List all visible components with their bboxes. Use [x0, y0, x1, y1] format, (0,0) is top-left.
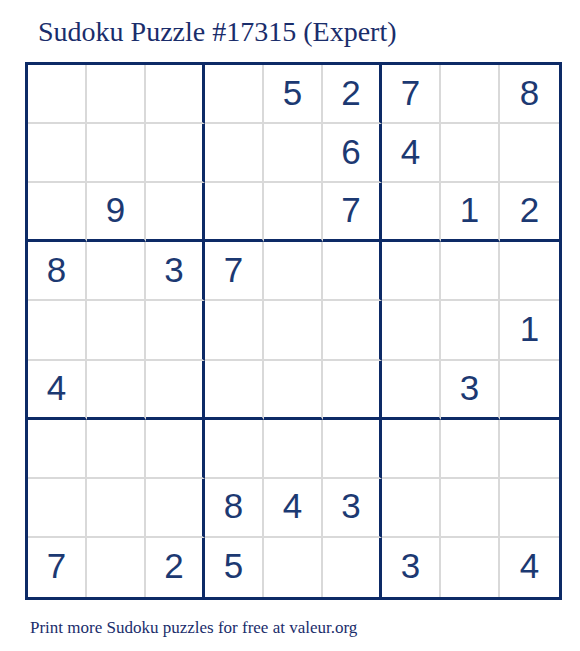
sudoku-cell-r9c7[interactable]: 3: [382, 538, 441, 597]
given-digit: 8: [224, 486, 243, 526]
sudoku-cell-r3c6[interactable]: 7: [323, 183, 382, 242]
sudoku-cell-r6c8[interactable]: 3: [441, 361, 500, 420]
sudoku-cell-r9c6[interactable]: [323, 538, 382, 597]
sudoku-board: 527864971283714384372534: [25, 62, 562, 600]
sudoku-cell-r7c3[interactable]: [146, 420, 205, 479]
sudoku-cell-r5c1[interactable]: [28, 301, 87, 360]
sudoku-cell-r8c2[interactable]: [87, 479, 146, 538]
given-digit: 7: [224, 250, 243, 290]
sudoku-cell-r1c5[interactable]: 5: [264, 65, 323, 124]
sudoku-cell-r9c4[interactable]: 5: [205, 538, 264, 597]
sudoku-cell-r7c2[interactable]: [87, 420, 146, 479]
sudoku-cell-r8c4[interactable]: 8: [205, 479, 264, 538]
sudoku-cell-r6c3[interactable]: [146, 361, 205, 420]
sudoku-cell-r8c5[interactable]: 4: [264, 479, 323, 538]
sudoku-cell-r5c7[interactable]: [382, 301, 441, 360]
given-digit: 4: [47, 368, 66, 408]
sudoku-cell-r8c3[interactable]: [146, 479, 205, 538]
page-title: Sudoku Puzzle #17315 (Expert): [38, 16, 397, 48]
sudoku-cell-r3c4[interactable]: [205, 183, 264, 242]
sudoku-cell-r6c7[interactable]: [382, 361, 441, 420]
sudoku-cell-r6c4[interactable]: [205, 361, 264, 420]
sudoku-cell-r4c7[interactable]: [382, 242, 441, 301]
sudoku-cell-r3c8[interactable]: 1: [441, 183, 500, 242]
sudoku-cell-r4c9[interactable]: [500, 242, 559, 301]
given-digit: 7: [341, 190, 360, 230]
sudoku-cell-r6c5[interactable]: [264, 361, 323, 420]
sudoku-cell-r5c6[interactable]: [323, 301, 382, 360]
sudoku-cell-r5c8[interactable]: [441, 301, 500, 360]
given-digit: 5: [224, 546, 243, 586]
sudoku-cell-r8c7[interactable]: [382, 479, 441, 538]
sudoku-cell-r5c5[interactable]: [264, 301, 323, 360]
sudoku-cell-r5c2[interactable]: [87, 301, 146, 360]
sudoku-cell-r4c1[interactable]: 8: [28, 242, 87, 301]
sudoku-cell-r2c7[interactable]: 4: [382, 124, 441, 183]
sudoku-cell-r9c8[interactable]: [441, 538, 500, 597]
sudoku-cell-r2c1[interactable]: [28, 124, 87, 183]
sudoku-cell-r1c2[interactable]: [87, 65, 146, 124]
sudoku-cell-r5c3[interactable]: [146, 301, 205, 360]
sudoku-cell-r9c9[interactable]: 4: [500, 538, 559, 597]
given-digit: 1: [460, 190, 479, 230]
sudoku-cell-r1c6[interactable]: 2: [323, 65, 382, 124]
given-digit: 5: [283, 73, 302, 113]
given-digit: 9: [106, 190, 125, 230]
sudoku-cell-r9c2[interactable]: [87, 538, 146, 597]
sudoku-cell-r2c5[interactable]: [264, 124, 323, 183]
sudoku-cell-r7c5[interactable]: [264, 420, 323, 479]
given-digit: 4: [401, 132, 420, 172]
sudoku-cell-r4c4[interactable]: 7: [205, 242, 264, 301]
sudoku-cell-r4c8[interactable]: [441, 242, 500, 301]
sudoku-cell-r2c4[interactable]: [205, 124, 264, 183]
sudoku-cell-r8c9[interactable]: [500, 479, 559, 538]
sudoku-cell-r1c4[interactable]: [205, 65, 264, 124]
sudoku-cell-r4c3[interactable]: 3: [146, 242, 205, 301]
sudoku-cell-r7c6[interactable]: [323, 420, 382, 479]
given-digit: 2: [164, 546, 183, 586]
given-digit: 3: [460, 368, 479, 408]
sudoku-cell-r1c7[interactable]: 7: [382, 65, 441, 124]
sudoku-cell-r7c4[interactable]: [205, 420, 264, 479]
given-digit: 3: [341, 486, 360, 526]
sudoku-cell-r3c7[interactable]: [382, 183, 441, 242]
given-digit: 8: [47, 250, 66, 290]
given-digit: 2: [341, 73, 360, 113]
sudoku-cell-r5c4[interactable]: [205, 301, 264, 360]
sudoku-cell-r2c6[interactable]: 6: [323, 124, 382, 183]
given-digit: 4: [283, 486, 302, 526]
given-digit: 1: [520, 309, 539, 349]
sudoku-cell-r3c3[interactable]: [146, 183, 205, 242]
sudoku-cell-r4c5[interactable]: [264, 242, 323, 301]
given-digit: 3: [401, 546, 420, 586]
sudoku-cell-r7c7[interactable]: [382, 420, 441, 479]
sudoku-cell-r3c2[interactable]: 9: [87, 183, 146, 242]
sudoku-cell-r8c1[interactable]: [28, 479, 87, 538]
sudoku-cell-r1c1[interactable]: [28, 65, 87, 124]
sudoku-cell-r9c3[interactable]: 2: [146, 538, 205, 597]
given-digit: 7: [401, 73, 420, 113]
sudoku-cell-r7c9[interactable]: [500, 420, 559, 479]
given-digit: 7: [47, 546, 66, 586]
given-digit: 6: [341, 132, 360, 172]
sudoku-cell-r4c6[interactable]: [323, 242, 382, 301]
sudoku-cell-r3c9[interactable]: 2: [500, 183, 559, 242]
sudoku-cell-r1c8[interactable]: [441, 65, 500, 124]
sudoku-cell-r8c8[interactable]: [441, 479, 500, 538]
sudoku-cell-r9c5[interactable]: [264, 538, 323, 597]
sudoku-cell-r2c2[interactable]: [87, 124, 146, 183]
sudoku-cell-r2c8[interactable]: [441, 124, 500, 183]
sudoku-cell-r2c3[interactable]: [146, 124, 205, 183]
sudoku-cell-r7c8[interactable]: [441, 420, 500, 479]
sudoku-cell-r6c1[interactable]: 4: [28, 361, 87, 420]
sudoku-cell-r1c9[interactable]: 8: [500, 65, 559, 124]
sudoku-cell-r6c9[interactable]: [500, 361, 559, 420]
sudoku-cell-r7c1[interactable]: [28, 420, 87, 479]
sudoku-cell-r1c3[interactable]: [146, 65, 205, 124]
given-digit: 4: [520, 546, 539, 586]
given-digit: 2: [520, 190, 539, 230]
sudoku-cell-r5c9[interactable]: 1: [500, 301, 559, 360]
sudoku-cell-r4c2[interactable]: [87, 242, 146, 301]
sudoku-cell-r6c2[interactable]: [87, 361, 146, 420]
sudoku-cell-r3c5[interactable]: [264, 183, 323, 242]
sudoku-cell-r8c6[interactable]: 3: [323, 479, 382, 538]
sudoku-cell-r9c1[interactable]: 7: [28, 538, 87, 597]
sudoku-cell-r6c6[interactable]: [323, 361, 382, 420]
sudoku-cell-r3c1[interactable]: [28, 183, 87, 242]
sudoku-cell-r2c9[interactable]: [500, 124, 559, 183]
given-digit: 3: [164, 250, 183, 290]
given-digit: 8: [520, 73, 539, 113]
footer-note: Print more Sudoku puzzles for free at va…: [30, 618, 357, 638]
